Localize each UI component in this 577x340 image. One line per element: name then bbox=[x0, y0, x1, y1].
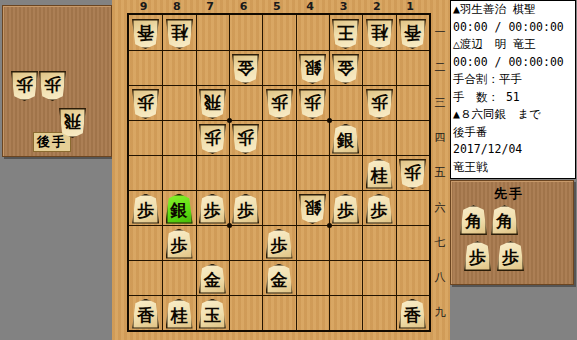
board-square-5a[interactable] bbox=[262, 15, 295, 50]
piece-2c[interactable]: 歩 bbox=[366, 89, 393, 119]
piece-7d[interactable]: 歩 bbox=[199, 124, 226, 154]
shogi-board: 香桂王桂香金銀金歩飛歩歩歩歩歩銀桂歩歩銀歩歩銀歩歩歩歩金金香桂玉香 bbox=[127, 13, 431, 332]
board-square-4e[interactable] bbox=[296, 155, 329, 190]
board-square-8h[interactable] bbox=[162, 260, 195, 295]
board-square-7b[interactable] bbox=[196, 50, 229, 85]
board-square-2h[interactable] bbox=[362, 260, 395, 295]
piece-kanji: 香 bbox=[137, 24, 154, 41]
piece-3f[interactable]: 歩 bbox=[332, 194, 359, 224]
board-square-9d[interactable] bbox=[129, 120, 162, 155]
file-label-8: 8 bbox=[160, 0, 193, 13]
piece-kanji: 桂 bbox=[371, 167, 388, 184]
piece-1e[interactable]: 歩 bbox=[399, 159, 426, 189]
board-square-9g[interactable] bbox=[129, 225, 162, 260]
board-square-3c[interactable] bbox=[329, 85, 362, 120]
piece-6b[interactable]: 金 bbox=[232, 54, 259, 84]
rank-label-9: 九 bbox=[432, 305, 448, 320]
piece-kanji: 歩 bbox=[237, 202, 254, 219]
piece-kanji: 桂 bbox=[171, 24, 188, 41]
piece-kanji: 香 bbox=[404, 307, 421, 324]
file-label-6: 6 bbox=[227, 0, 260, 13]
gote-hand-pawn-1[interactable]: 歩 bbox=[11, 71, 38, 101]
board-square-4i[interactable] bbox=[296, 295, 329, 330]
piece-kanji: 歩 bbox=[137, 94, 154, 111]
piece-5h[interactable]: 金 bbox=[266, 264, 293, 294]
piece-kanji: 歩 bbox=[371, 94, 388, 111]
info-line-10: 竜王戦 bbox=[451, 159, 575, 177]
piece-9i[interactable]: 香 bbox=[132, 299, 159, 329]
piece-kanji: 歩 bbox=[502, 249, 519, 266]
sente-label: 先手 bbox=[494, 185, 524, 203]
gote-label: 後手 bbox=[34, 133, 70, 151]
piece-2a[interactable]: 桂 bbox=[366, 19, 393, 49]
sente-hand-pawn-2[interactable]: 歩 bbox=[497, 241, 524, 271]
rank-label-4: 四 bbox=[432, 130, 448, 145]
piece-kanji: 歩 bbox=[304, 94, 321, 111]
board-square-7a[interactable] bbox=[196, 15, 229, 50]
file-label-9: 9 bbox=[127, 0, 160, 13]
board-square-1f[interactable] bbox=[396, 190, 429, 225]
info-line-7: ▲８六同銀 まで bbox=[451, 106, 575, 124]
gote-hand-tray: 後手 歩歩飛 bbox=[2, 5, 112, 157]
piece-2e[interactable]: 桂 bbox=[366, 159, 393, 189]
piece-9a[interactable]: 香 bbox=[132, 19, 159, 49]
piece-kanji: 歩 bbox=[237, 129, 254, 146]
board-square-3i[interactable] bbox=[329, 295, 362, 330]
piece-kanji: 王 bbox=[337, 24, 354, 41]
board-square-8d[interactable] bbox=[162, 120, 195, 155]
piece-6d[interactable]: 歩 bbox=[232, 124, 259, 154]
piece-5c[interactable]: 歩 bbox=[266, 89, 293, 119]
piece-kanji: 歩 bbox=[137, 202, 154, 219]
piece-kanji: 歩 bbox=[171, 237, 188, 254]
info-line-8: 後手番 bbox=[451, 124, 575, 142]
piece-kanji: 香 bbox=[404, 24, 421, 41]
board-square-5e[interactable] bbox=[262, 155, 295, 190]
board-square-5f[interactable] bbox=[262, 190, 295, 225]
board-square-6c[interactable] bbox=[229, 85, 262, 120]
info-line-3: △渡辺 明 竜王 bbox=[451, 36, 575, 54]
info-line-5: 手合割：平手 bbox=[451, 71, 575, 89]
board-square-5d[interactable] bbox=[262, 120, 295, 155]
info-line-4: 00:00 / 00:00:00 bbox=[451, 54, 575, 72]
game-info-panel: ▲羽生善治 棋聖00:00 / 00:00:00△渡辺 明 竜王00:00 / … bbox=[450, 0, 576, 179]
board-square-3e[interactable] bbox=[329, 155, 362, 190]
sente-hand-bishop-2[interactable]: 角 bbox=[491, 205, 518, 235]
sente-hand-pawn-1[interactable]: 歩 bbox=[464, 241, 491, 271]
piece-kanji: 歩 bbox=[204, 129, 221, 146]
info-line-1: ▲羽生善治 棋聖 bbox=[451, 1, 575, 19]
board-square-2i[interactable] bbox=[362, 295, 395, 330]
board-square-7e[interactable] bbox=[196, 155, 229, 190]
piece-8f[interactable]: 銀 bbox=[166, 194, 193, 224]
piece-4f[interactable]: 銀 bbox=[299, 194, 326, 224]
board-square-6h[interactable] bbox=[229, 260, 262, 295]
sente-hand-bishop-1[interactable]: 角 bbox=[460, 205, 487, 235]
piece-kanji: 歩 bbox=[271, 94, 288, 111]
piece-8a[interactable]: 桂 bbox=[166, 19, 193, 49]
piece-1a[interactable]: 香 bbox=[399, 19, 426, 49]
piece-7f[interactable]: 歩 bbox=[199, 194, 226, 224]
info-line-9: 2017/12/04 bbox=[451, 141, 575, 159]
piece-kanji: 金 bbox=[237, 59, 254, 76]
piece-kanji: 桂 bbox=[371, 24, 388, 41]
board-square-3g[interactable] bbox=[329, 225, 362, 260]
rank-label-7: 七 bbox=[432, 235, 448, 250]
info-line-6: 手 数： 51 bbox=[451, 89, 575, 107]
board-square-8c[interactable] bbox=[162, 85, 195, 120]
board-square-1h[interactable] bbox=[396, 260, 429, 295]
piece-7i[interactable]: 玉 bbox=[199, 299, 226, 329]
piece-7c[interactable]: 飛 bbox=[199, 89, 226, 119]
piece-2f[interactable]: 歩 bbox=[366, 194, 393, 224]
rank-label-6: 六 bbox=[432, 200, 448, 215]
piece-1i[interactable]: 香 bbox=[399, 299, 426, 329]
board-square-8e[interactable] bbox=[162, 155, 195, 190]
piece-8i[interactable]: 桂 bbox=[166, 299, 193, 329]
board-square-9h[interactable] bbox=[129, 260, 162, 295]
board-square-2g[interactable] bbox=[362, 225, 395, 260]
file-label-2: 2 bbox=[360, 0, 393, 13]
piece-4b[interactable]: 銀 bbox=[299, 54, 326, 84]
piece-3a[interactable]: 王 bbox=[332, 19, 359, 49]
info-line-2: 00:00 / 00:00:00 bbox=[451, 19, 575, 37]
star-point bbox=[227, 223, 232, 228]
piece-kanji: 金 bbox=[271, 272, 288, 289]
rank-label-2: 二 bbox=[432, 60, 448, 75]
board-square-1g[interactable] bbox=[396, 225, 429, 260]
gote-hand-pawn-2[interactable]: 歩 bbox=[39, 71, 66, 101]
board-square-7g[interactable] bbox=[196, 225, 229, 260]
board-square-9b[interactable] bbox=[129, 50, 162, 85]
rank-label-8: 八 bbox=[432, 270, 448, 285]
board-square-1d[interactable] bbox=[396, 120, 429, 155]
piece-kanji: 歩 bbox=[371, 202, 388, 219]
rank-label-5: 五 bbox=[432, 165, 448, 180]
shogi-app-window: 後手 歩歩飛 987654321 香桂王桂香金銀金歩飛歩歩歩歩歩銀桂歩歩銀歩歩銀… bbox=[0, 0, 577, 340]
board-square-4h[interactable] bbox=[296, 260, 329, 295]
star-point bbox=[327, 223, 332, 228]
gote-hand-rook[interactable]: 飛 bbox=[59, 108, 86, 138]
piece-3d[interactable]: 銀 bbox=[332, 124, 359, 154]
piece-kanji: 銀 bbox=[171, 202, 188, 219]
board-panel: 987654321 香桂王桂香金銀金歩飛歩歩歩歩歩銀桂歩歩銀歩歩銀歩歩歩歩金金香… bbox=[112, 0, 450, 340]
board-square-2d[interactable] bbox=[362, 120, 395, 155]
piece-kanji: 歩 bbox=[337, 202, 354, 219]
piece-4c[interactable]: 歩 bbox=[299, 89, 326, 119]
board-square-5b[interactable] bbox=[262, 50, 295, 85]
file-label-4: 4 bbox=[294, 0, 327, 13]
board-square-3h[interactable] bbox=[329, 260, 362, 295]
board-square-1b[interactable] bbox=[396, 50, 429, 85]
piece-kanji: 歩 bbox=[271, 237, 288, 254]
board-square-8b[interactable] bbox=[162, 50, 195, 85]
piece-8g[interactable]: 歩 bbox=[166, 229, 193, 259]
board-square-6e[interactable] bbox=[229, 155, 262, 190]
board-square-4g[interactable] bbox=[296, 225, 329, 260]
piece-kanji: 歩 bbox=[44, 76, 61, 93]
piece-kanji: 銀 bbox=[337, 132, 354, 149]
piece-kanji: 玉 bbox=[204, 307, 221, 324]
piece-kanji: 歩 bbox=[469, 249, 486, 266]
sente-hand-tray: 先手 角角歩歩 bbox=[450, 180, 574, 285]
piece-9c[interactable]: 歩 bbox=[132, 89, 159, 119]
board-square-4a[interactable] bbox=[296, 15, 329, 50]
board-square-1c[interactable] bbox=[396, 85, 429, 120]
piece-kanji: 飛 bbox=[204, 94, 221, 111]
piece-kanji: 金 bbox=[337, 59, 354, 76]
piece-kanji: 角 bbox=[496, 213, 513, 230]
board-square-6a[interactable] bbox=[229, 15, 262, 50]
piece-kanji: 飛 bbox=[64, 113, 81, 130]
rank-label-3: 三 bbox=[432, 95, 448, 110]
board-square-9e[interactable] bbox=[129, 155, 162, 190]
board-square-6g[interactable] bbox=[229, 225, 262, 260]
board-square-2b[interactable] bbox=[362, 50, 395, 85]
file-label-7: 7 bbox=[194, 0, 227, 13]
rank-label-1: 一 bbox=[432, 25, 448, 40]
piece-kanji: 桂 bbox=[171, 307, 188, 324]
star-point bbox=[327, 118, 332, 123]
piece-kanji: 歩 bbox=[16, 76, 33, 93]
piece-kanji: 角 bbox=[465, 213, 482, 230]
piece-kanji: 歩 bbox=[204, 202, 221, 219]
file-label-3: 3 bbox=[327, 0, 360, 13]
piece-6f[interactable]: 歩 bbox=[232, 194, 259, 224]
piece-7h[interactable]: 金 bbox=[199, 264, 226, 294]
board-square-5i[interactable] bbox=[262, 295, 295, 330]
piece-kanji: 銀 bbox=[304, 199, 321, 216]
board-square-6i[interactable] bbox=[229, 295, 262, 330]
star-point bbox=[227, 118, 232, 123]
piece-kanji: 金 bbox=[204, 272, 221, 289]
piece-kanji: 香 bbox=[137, 307, 154, 324]
piece-kanji: 歩 bbox=[404, 164, 421, 181]
board-square-4d[interactable] bbox=[296, 120, 329, 155]
piece-9f[interactable]: 歩 bbox=[132, 194, 159, 224]
file-label-5: 5 bbox=[260, 0, 293, 13]
piece-3b[interactable]: 金 bbox=[332, 54, 359, 84]
piece-kanji: 銀 bbox=[304, 59, 321, 76]
piece-5g[interactable]: 歩 bbox=[266, 229, 293, 259]
file-label-1: 1 bbox=[394, 0, 427, 13]
